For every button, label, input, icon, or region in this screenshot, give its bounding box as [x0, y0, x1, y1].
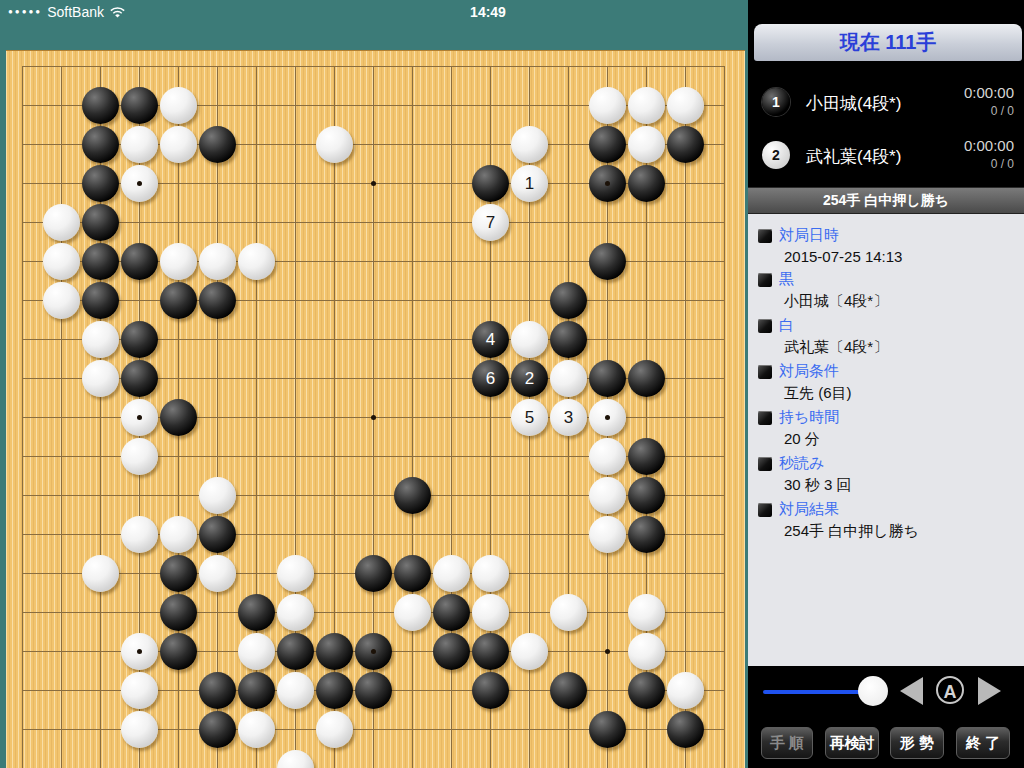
board-cell — [432, 50, 471, 86]
board-cell — [510, 749, 549, 768]
black-stone — [472, 672, 509, 709]
board-cell — [276, 632, 315, 671]
board-cell — [237, 710, 276, 749]
board-cell — [315, 437, 354, 476]
board-cell — [81, 86, 120, 125]
exit-button[interactable]: 終 了 — [956, 727, 1010, 759]
board-cell — [510, 671, 549, 710]
white-stone — [628, 633, 665, 670]
white-stone — [277, 594, 314, 631]
star-point — [371, 649, 376, 654]
board-cell — [588, 710, 627, 749]
board-cell — [276, 593, 315, 632]
detail-label: 対局結果 — [779, 500, 839, 519]
white-stone — [589, 87, 626, 124]
board-cell — [159, 86, 198, 125]
board-cell — [393, 476, 432, 515]
black-stone — [199, 516, 236, 553]
black-player-name: 小田城(4段*) — [806, 92, 901, 115]
black-stone — [355, 672, 392, 709]
board-cell — [159, 164, 198, 203]
board-cell — [120, 476, 159, 515]
board-cell — [6, 398, 42, 437]
board-cell — [393, 515, 432, 554]
board-cell — [42, 749, 81, 768]
board-cell — [627, 554, 666, 593]
board-cell — [627, 749, 666, 768]
white-stone — [511, 126, 548, 163]
white-stone — [277, 750, 314, 768]
board-cell: 2 — [510, 359, 549, 398]
board-cell — [627, 515, 666, 554]
star-point — [605, 649, 610, 654]
white-stone — [238, 243, 275, 280]
board-cell — [510, 50, 549, 86]
board-cell — [432, 476, 471, 515]
board-cell — [198, 242, 237, 281]
board-cell — [354, 749, 393, 768]
board-cell — [354, 242, 393, 281]
bullet-icon — [758, 319, 772, 333]
territory-estimate-button[interactable]: 形 勢 — [890, 727, 944, 759]
black-stone-numbered: 6 — [472, 360, 509, 397]
previous-move-button[interactable] — [900, 677, 923, 705]
board-cell — [81, 437, 120, 476]
black-stone — [394, 477, 431, 514]
bullet-icon — [758, 411, 772, 425]
board-cell — [198, 476, 237, 515]
board-cell — [81, 359, 120, 398]
board-cell — [6, 671, 42, 710]
board-cell — [588, 86, 627, 125]
white-player-stone-icon: 2 — [762, 141, 790, 169]
board-cell — [159, 359, 198, 398]
board-cell — [627, 476, 666, 515]
black-stone — [82, 243, 119, 280]
board-cell — [198, 125, 237, 164]
board-cell — [159, 749, 198, 768]
board-cell — [276, 710, 315, 749]
board-cell — [198, 359, 237, 398]
black-stone — [199, 672, 236, 709]
board-cell — [705, 554, 744, 593]
board-cell — [6, 593, 42, 632]
white-stone — [589, 516, 626, 553]
board-cell — [276, 125, 315, 164]
board-cell — [666, 242, 705, 281]
detail-value: 30 秒 3 回 — [784, 476, 1016, 495]
black-player-periods: 0 / 0 — [964, 102, 1014, 120]
white-stone — [316, 126, 353, 163]
black-player-clock: 0:00:00 0 / 0 — [964, 84, 1014, 120]
board-cell — [354, 476, 393, 515]
board-cell — [666, 437, 705, 476]
board-cell — [315, 164, 354, 203]
black-stone — [160, 555, 197, 592]
board-cell — [393, 203, 432, 242]
black-stone — [160, 594, 197, 631]
board-cell — [666, 164, 705, 203]
board-cell — [198, 281, 237, 320]
white-stone — [43, 204, 80, 241]
black-stone — [82, 282, 119, 319]
detail-value: 互先 (6目) — [784, 384, 1016, 403]
board-cell — [393, 398, 432, 437]
white-stone — [550, 594, 587, 631]
board-cell — [315, 50, 354, 86]
detail-label-row: 黒 — [758, 270, 1016, 289]
board-cell — [549, 125, 588, 164]
info-sidebar: 現在 111手 1 小田城(4段*) 0:00:00 0 / 0 2 武礼葉(4… — [748, 0, 1024, 768]
black-stone — [160, 399, 197, 436]
move-slider-thumb[interactable] — [858, 676, 888, 706]
board-cell — [393, 242, 432, 281]
board-cell — [42, 203, 81, 242]
board-cell — [6, 632, 42, 671]
board-cell — [6, 515, 42, 554]
white-player-name: 武礼葉(4段*) — [806, 145, 901, 168]
board-cell: 6 — [471, 359, 510, 398]
black-stone — [550, 672, 587, 709]
player-row-black: 1 小田城(4段*) 0:00:00 0 / 0 — [748, 78, 1024, 126]
board-cell — [705, 86, 744, 125]
white-stone — [121, 711, 158, 748]
board-cell — [549, 242, 588, 281]
detail-label: 対局日時 — [779, 226, 839, 245]
board-cell — [198, 593, 237, 632]
board-cell — [588, 749, 627, 768]
board-cell — [42, 593, 81, 632]
board-cell — [354, 437, 393, 476]
black-stone — [589, 243, 626, 280]
board-cell — [42, 398, 81, 437]
move-slider-track[interactable] — [763, 690, 873, 694]
board-cell — [81, 50, 120, 86]
board-cell — [354, 86, 393, 125]
move-number-label: 7 — [486, 214, 495, 231]
white-stone — [667, 672, 704, 709]
board-cell — [705, 476, 744, 515]
board-cell — [198, 164, 237, 203]
board-cell — [237, 632, 276, 671]
board-cell — [159, 632, 198, 671]
board-cell — [354, 203, 393, 242]
board-cell — [432, 554, 471, 593]
board-cell — [393, 320, 432, 359]
white-stone — [394, 594, 431, 631]
white-stone — [199, 555, 236, 592]
board-cell — [237, 281, 276, 320]
board-cell — [315, 710, 354, 749]
board-cell — [393, 632, 432, 671]
next-move-button[interactable] — [978, 677, 1001, 705]
board-cell — [120, 50, 159, 86]
board-cell — [354, 125, 393, 164]
board-cell — [159, 437, 198, 476]
board-cell — [159, 242, 198, 281]
board-cell — [627, 437, 666, 476]
board-cell — [198, 437, 237, 476]
board-cell — [81, 749, 120, 768]
carrier-label: SoftBank — [47, 4, 104, 20]
board-cell — [6, 710, 42, 749]
detail-value: 武礼葉〔4段*〕 — [784, 338, 1016, 357]
board-cell — [81, 710, 120, 749]
board-cell — [237, 554, 276, 593]
board-cell — [315, 476, 354, 515]
board-cell — [237, 164, 276, 203]
board-cell — [276, 476, 315, 515]
board-cell — [354, 593, 393, 632]
board-cell — [432, 359, 471, 398]
game-details-panel: 対局日時 2015-07-25 14:13 黒 小田城〔4段*〕 白 武礼葉〔4… — [748, 214, 1024, 666]
board-cell — [627, 203, 666, 242]
board-cell — [315, 515, 354, 554]
board-cell — [510, 203, 549, 242]
move-number-label: 4 — [486, 331, 495, 348]
board-cell — [588, 320, 627, 359]
board-cell — [588, 281, 627, 320]
black-stone — [550, 282, 587, 319]
black-stone-numbered: 2 — [511, 360, 548, 397]
board-cell — [315, 86, 354, 125]
black-stone — [433, 633, 470, 670]
board-cell — [42, 671, 81, 710]
board-cell — [627, 86, 666, 125]
white-stone — [121, 516, 158, 553]
board-cell — [6, 125, 42, 164]
board-cell — [198, 320, 237, 359]
board-cell — [549, 164, 588, 203]
carrier-group: ●●●●● SoftBank — [8, 0, 126, 24]
star-point — [137, 649, 142, 654]
detail-label-row: 対局日時 — [758, 226, 1016, 245]
board-cell — [159, 398, 198, 437]
board-cell — [315, 281, 354, 320]
black-stone — [199, 282, 236, 319]
black-stone — [121, 243, 158, 280]
board-cell — [510, 86, 549, 125]
board-cell — [393, 671, 432, 710]
board-cell — [705, 242, 744, 281]
star-point — [605, 415, 610, 420]
black-stone — [316, 672, 353, 709]
board-cell — [471, 281, 510, 320]
white-stone — [199, 477, 236, 514]
white-stone — [121, 672, 158, 709]
board-cell — [393, 86, 432, 125]
board-cell — [276, 437, 315, 476]
board-cell — [549, 86, 588, 125]
board-cell — [81, 632, 120, 671]
board-cell — [159, 50, 198, 86]
black-stone — [394, 555, 431, 592]
white-stone — [628, 87, 665, 124]
board-cell — [588, 554, 627, 593]
board-cell — [393, 125, 432, 164]
board-cell — [705, 671, 744, 710]
board-cell — [120, 86, 159, 125]
board-cell — [627, 164, 666, 203]
white-stone — [472, 594, 509, 631]
board-cell — [120, 203, 159, 242]
board-cell — [237, 320, 276, 359]
white-player-time: 0:00:00 — [964, 137, 1014, 155]
board-cell — [120, 359, 159, 398]
board-cell — [510, 281, 549, 320]
white-stone — [160, 243, 197, 280]
board-cell — [42, 50, 81, 86]
board-cell — [393, 749, 432, 768]
board-cell — [198, 203, 237, 242]
black-stone — [472, 633, 509, 670]
board-cell — [471, 632, 510, 671]
board-cell — [432, 749, 471, 768]
board-cell — [354, 320, 393, 359]
black-stone — [277, 633, 314, 670]
board-cell — [81, 164, 120, 203]
board-cell — [549, 437, 588, 476]
board-cell — [120, 320, 159, 359]
board-cell — [432, 164, 471, 203]
board-cell — [198, 515, 237, 554]
board-cell — [588, 437, 627, 476]
board-cell — [42, 515, 81, 554]
white-stone — [628, 594, 665, 631]
white-stone — [82, 321, 119, 358]
board-cell — [627, 281, 666, 320]
board-cell — [276, 398, 315, 437]
board-cell — [42, 359, 81, 398]
white-stone — [43, 282, 80, 319]
board-cell — [588, 242, 627, 281]
board-cell — [432, 515, 471, 554]
board-cell — [471, 749, 510, 768]
star-point — [605, 181, 610, 186]
white-stone — [277, 555, 314, 592]
board-cell — [549, 359, 588, 398]
board-grid: 1746253 — [6, 50, 744, 768]
board-cell — [159, 281, 198, 320]
board-cell: 3 — [549, 398, 588, 437]
board-cell — [588, 125, 627, 164]
white-stone — [589, 477, 626, 514]
board-cell — [705, 710, 744, 749]
detail-label-row: 秒読み — [758, 454, 1016, 473]
board-cell — [510, 710, 549, 749]
detail-label: 持ち時間 — [779, 408, 839, 427]
board-cell — [666, 203, 705, 242]
board-cell — [159, 125, 198, 164]
board-cell — [81, 593, 120, 632]
review-button[interactable]: 再検討 — [825, 727, 879, 759]
white-stone — [238, 711, 275, 748]
board-cell — [549, 671, 588, 710]
white-stone-numbered: 7 — [472, 204, 509, 241]
black-player-stone-icon: 1 — [762, 88, 790, 116]
board-cell — [315, 749, 354, 768]
board-cell — [666, 359, 705, 398]
detail-label: 対局条件 — [779, 362, 839, 381]
board-cell — [81, 398, 120, 437]
board-cell — [120, 515, 159, 554]
board-cell — [627, 242, 666, 281]
board-cell — [354, 671, 393, 710]
board-cell — [432, 125, 471, 164]
board-cell — [42, 476, 81, 515]
board-cell — [6, 749, 42, 768]
white-stone — [277, 672, 314, 709]
board-cell — [276, 320, 315, 359]
board-cell — [315, 398, 354, 437]
black-stone — [82, 87, 119, 124]
board-cell — [705, 359, 744, 398]
board-cell — [6, 50, 42, 86]
signal-strength-icon: ●●●●● — [8, 0, 42, 24]
board-cell — [6, 359, 42, 398]
board-cell — [315, 359, 354, 398]
board-cell — [666, 710, 705, 749]
board-cell — [627, 671, 666, 710]
auto-play-button[interactable]: A — [936, 676, 964, 704]
board-background: 1746253 — [0, 24, 748, 768]
board-cell — [42, 320, 81, 359]
board-cell — [705, 632, 744, 671]
black-stone — [589, 126, 626, 163]
board-cell — [81, 320, 120, 359]
board-cell — [393, 164, 432, 203]
move-number-label: 5 — [525, 409, 534, 426]
board-cell — [627, 710, 666, 749]
board-cell — [42, 437, 81, 476]
white-stone-numbered: 5 — [511, 399, 548, 436]
board-cell — [81, 242, 120, 281]
white-stone — [199, 243, 236, 280]
white-stone — [433, 555, 470, 592]
board-cell — [432, 593, 471, 632]
black-stone — [82, 204, 119, 241]
star-point — [371, 181, 376, 186]
board-cell — [705, 164, 744, 203]
detail-value: 254手 白中押し勝ち — [784, 522, 1016, 541]
board-cell — [510, 593, 549, 632]
player-row-white: 2 武礼葉(4段*) 0:00:00 0 / 0 — [748, 131, 1024, 179]
black-stone — [589, 711, 626, 748]
board-cell — [510, 437, 549, 476]
board-cell — [276, 242, 315, 281]
black-stone — [589, 360, 626, 397]
board-cell — [588, 203, 627, 242]
board-cell — [198, 86, 237, 125]
board-cell — [432, 437, 471, 476]
board-cell — [432, 671, 471, 710]
board-cell — [471, 671, 510, 710]
board-cell — [510, 476, 549, 515]
board-cell — [627, 398, 666, 437]
move-number-label: 1 — [525, 175, 534, 192]
black-stone — [238, 594, 275, 631]
white-stone — [160, 87, 197, 124]
detail-label-row: 白 — [758, 316, 1016, 335]
black-stone — [628, 165, 665, 202]
board-cell — [549, 749, 588, 768]
board-cell — [237, 398, 276, 437]
black-stone — [160, 282, 197, 319]
board-cell — [315, 203, 354, 242]
board-cell — [276, 86, 315, 125]
board-cell — [549, 281, 588, 320]
board-cell — [237, 86, 276, 125]
